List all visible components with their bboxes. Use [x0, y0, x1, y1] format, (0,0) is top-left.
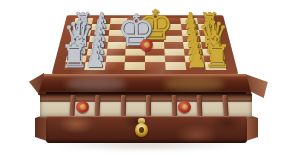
disc-medallion: [181, 104, 188, 111]
drawer-divider: [95, 95, 100, 116]
drawer-interior: [40, 94, 252, 118]
board-square: [184, 55, 205, 62]
board-square: [164, 49, 184, 56]
red-draughts-disc: [75, 100, 90, 114]
board-square: [106, 49, 126, 56]
drawer-knob-brass: [134, 118, 149, 140]
board-perspective-wrap: [52, 15, 239, 74]
red-draughts-disc: [177, 100, 192, 114]
board-square: [86, 49, 106, 56]
board-square: [202, 49, 223, 56]
board-square: [205, 62, 227, 69]
disc-medallion: [79, 103, 86, 110]
board-square: [145, 55, 165, 62]
board-square: [165, 55, 185, 62]
board-square: [84, 62, 105, 69]
drawer-divider: [171, 95, 176, 116]
drawer-divider: [222, 95, 228, 116]
board-square: [125, 55, 145, 62]
board-square: [204, 55, 225, 62]
board-square: [145, 62, 165, 69]
board-square: [104, 62, 125, 69]
board-square: [65, 55, 86, 62]
drawer-divider: [197, 95, 202, 116]
board-square: [67, 49, 88, 56]
drawer-divider: [120, 95, 125, 116]
board-square: [165, 62, 186, 69]
drawer-divider: [146, 95, 151, 116]
drawer-right-side: [246, 114, 258, 141]
board-burl-frame: [52, 15, 239, 74]
chess-board: [64, 18, 227, 70]
board-square: [105, 55, 125, 62]
board-square: [125, 62, 145, 69]
gold-pieces-reflection: [164, 77, 224, 91]
board-square: [85, 55, 106, 62]
drawer-divider: [69, 95, 75, 116]
board-square: [145, 49, 165, 56]
board-square: [185, 62, 206, 69]
board-square: [64, 62, 86, 69]
chess-set-product-photo: ♜♞♝♛♝♞♜♟♟♟♟♟♟♟♟♚♚♟♟♟♟♟♟♟♟♜♞♝♛♝♞♜: [0, 0, 290, 157]
silver-pieces-reflection: [66, 77, 126, 91]
board-square: [125, 49, 145, 56]
board-square: [183, 49, 203, 56]
knob-ring-hole: [139, 127, 144, 133]
